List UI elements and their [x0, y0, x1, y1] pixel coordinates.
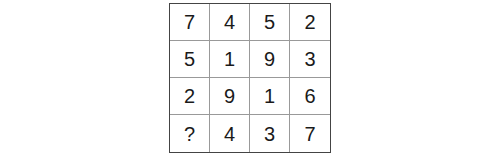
- grid-cell-r0c3: 2: [290, 4, 330, 41]
- grid-cell-r0c0: 7: [170, 4, 210, 41]
- grid-cell-r1c1: 1: [210, 41, 250, 78]
- number-grid: 7 4 5 2 5 1 9 3 2 9 1 6 ? 4 3 7: [169, 3, 331, 153]
- grid-cell-r0c2: 5: [250, 4, 290, 41]
- grid-cell-r2c3: 6: [290, 78, 330, 115]
- puzzle-canvas: 7 4 5 2 5 1 9 3 2 9 1 6 ? 4 3 7: [0, 0, 500, 155]
- grid-cell-r3c1: 4: [210, 115, 250, 152]
- grid-cell-r0c1: 4: [210, 4, 250, 41]
- grid-cell-r3c0-unknown: ?: [170, 115, 210, 152]
- grid-cell-r3c2: 3: [250, 115, 290, 152]
- grid-cell-r1c2: 9: [250, 41, 290, 78]
- grid-cell-r2c0: 2: [170, 78, 210, 115]
- grid-cell-r3c3: 7: [290, 115, 330, 152]
- grid-cell-r2c1: 9: [210, 78, 250, 115]
- grid-cell-r2c2: 1: [250, 78, 290, 115]
- grid-cell-r1c3: 3: [290, 41, 330, 78]
- grid-cell-r1c0: 5: [170, 41, 210, 78]
